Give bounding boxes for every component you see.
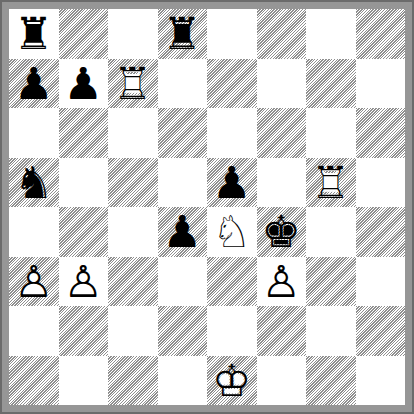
square-b8[interactable] xyxy=(59,9,109,59)
square-d7[interactable] xyxy=(158,59,208,109)
piece-black-pawn: ♟ xyxy=(207,158,257,208)
square-e2[interactable] xyxy=(207,306,257,356)
chess-board-frame: ♜♜♟♟♜♖♞♟♜♖♟♞♘♚♟♙♟♙♟♙♚♔ xyxy=(0,0,414,414)
piece-white-rook: ♜♖ xyxy=(306,158,356,208)
piece-white-knight: ♞♘ xyxy=(207,207,257,257)
square-g7[interactable] xyxy=(306,59,356,109)
square-e7[interactable] xyxy=(207,59,257,109)
square-h6[interactable] xyxy=(356,108,406,158)
square-h4[interactable] xyxy=(356,207,406,257)
piece-white-rook: ♜♖ xyxy=(108,59,158,109)
square-g4[interactable] xyxy=(306,207,356,257)
square-e3[interactable] xyxy=(207,257,257,307)
piece-white-pawn: ♟♙ xyxy=(9,257,59,307)
square-d6[interactable] xyxy=(158,108,208,158)
square-h1[interactable] xyxy=(356,356,406,406)
piece-black-pawn: ♟ xyxy=(158,207,208,257)
square-a1[interactable] xyxy=(9,356,59,406)
square-a4[interactable] xyxy=(9,207,59,257)
piece-white-king: ♚♔ xyxy=(207,356,257,406)
piece-white-pawn: ♟♙ xyxy=(59,257,109,307)
square-a8[interactable]: ♜ xyxy=(9,9,59,59)
square-d3[interactable] xyxy=(158,257,208,307)
piece-black-king: ♚ xyxy=(257,207,307,257)
square-b6[interactable] xyxy=(59,108,109,158)
square-c2[interactable] xyxy=(108,306,158,356)
square-c6[interactable] xyxy=(108,108,158,158)
square-g3[interactable] xyxy=(306,257,356,307)
square-h7[interactable] xyxy=(356,59,406,109)
square-f6[interactable] xyxy=(257,108,307,158)
square-h3[interactable] xyxy=(356,257,406,307)
square-g8[interactable] xyxy=(306,9,356,59)
square-d4[interactable]: ♟ xyxy=(158,207,208,257)
chess-board: ♜♜♟♟♜♖♞♟♜♖♟♞♘♚♟♙♟♙♟♙♚♔ xyxy=(9,9,405,405)
square-g6[interactable] xyxy=(306,108,356,158)
square-b2[interactable] xyxy=(59,306,109,356)
square-d2[interactable] xyxy=(158,306,208,356)
square-b4[interactable] xyxy=(59,207,109,257)
square-d8[interactable]: ♜ xyxy=(158,9,208,59)
square-f1[interactable] xyxy=(257,356,307,406)
square-d5[interactable] xyxy=(158,158,208,208)
square-c7[interactable]: ♜♖ xyxy=(108,59,158,109)
square-f7[interactable] xyxy=(257,59,307,109)
square-h8[interactable] xyxy=(356,9,406,59)
piece-black-knight: ♞ xyxy=(9,158,59,208)
square-f8[interactable] xyxy=(257,9,307,59)
square-b3[interactable]: ♟♙ xyxy=(59,257,109,307)
square-c5[interactable] xyxy=(108,158,158,208)
piece-black-pawn: ♟ xyxy=(59,59,109,109)
square-e4[interactable]: ♞♘ xyxy=(207,207,257,257)
square-e5[interactable]: ♟ xyxy=(207,158,257,208)
square-a6[interactable] xyxy=(9,108,59,158)
piece-black-pawn: ♟ xyxy=(9,59,59,109)
square-g1[interactable] xyxy=(306,356,356,406)
square-a7[interactable]: ♟ xyxy=(9,59,59,109)
square-f4[interactable]: ♚ xyxy=(257,207,307,257)
square-d1[interactable] xyxy=(158,356,208,406)
square-c4[interactable] xyxy=(108,207,158,257)
square-a5[interactable]: ♞ xyxy=(9,158,59,208)
square-g2[interactable] xyxy=(306,306,356,356)
square-e6[interactable] xyxy=(207,108,257,158)
square-f3[interactable]: ♟♙ xyxy=(257,257,307,307)
square-b5[interactable] xyxy=(59,158,109,208)
square-b7[interactable]: ♟ xyxy=(59,59,109,109)
square-c3[interactable] xyxy=(108,257,158,307)
square-g5[interactable]: ♜♖ xyxy=(306,158,356,208)
square-e8[interactable] xyxy=(207,9,257,59)
square-a2[interactable] xyxy=(9,306,59,356)
piece-black-rook: ♜ xyxy=(158,9,208,59)
square-f2[interactable] xyxy=(257,306,307,356)
square-c1[interactable] xyxy=(108,356,158,406)
square-b1[interactable] xyxy=(59,356,109,406)
piece-black-rook: ♜ xyxy=(9,9,59,59)
square-a3[interactable]: ♟♙ xyxy=(9,257,59,307)
square-h5[interactable] xyxy=(356,158,406,208)
square-c8[interactable] xyxy=(108,9,158,59)
square-f5[interactable] xyxy=(257,158,307,208)
square-e1[interactable]: ♚♔ xyxy=(207,356,257,406)
square-h2[interactable] xyxy=(356,306,406,356)
piece-white-pawn: ♟♙ xyxy=(257,257,307,307)
